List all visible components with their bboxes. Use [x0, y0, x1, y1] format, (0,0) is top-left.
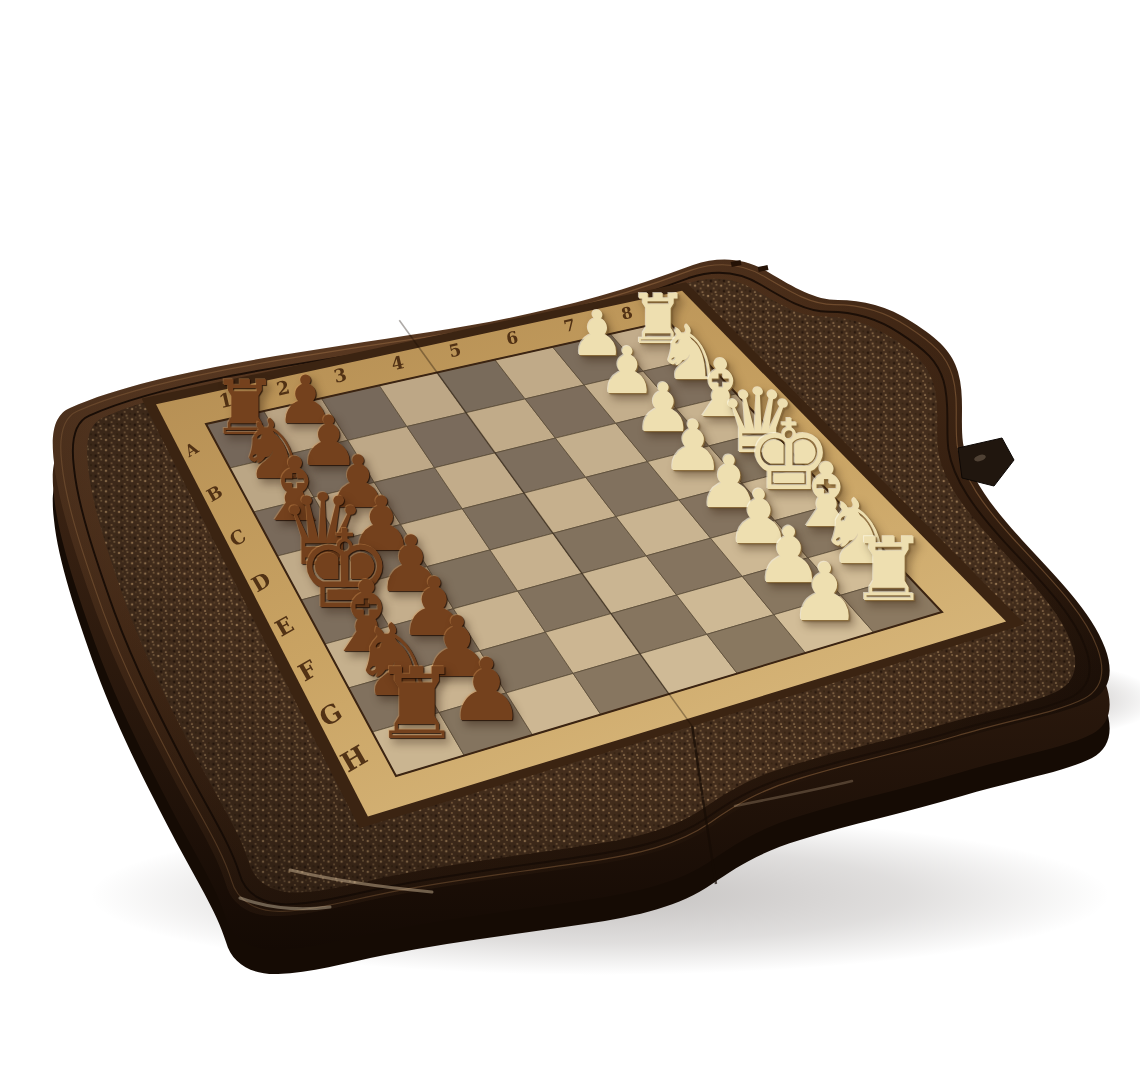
board-svg: ABCDEFGH12345678 — [0, 0, 1140, 1086]
photo-chess-set: ABCDEFGH12345678 ♜︎♟︎♞︎♟︎♝︎♟︎♟︎♜︎♛︎♟︎♟︎♞… — [0, 0, 1140, 1086]
clasp — [958, 438, 1014, 486]
